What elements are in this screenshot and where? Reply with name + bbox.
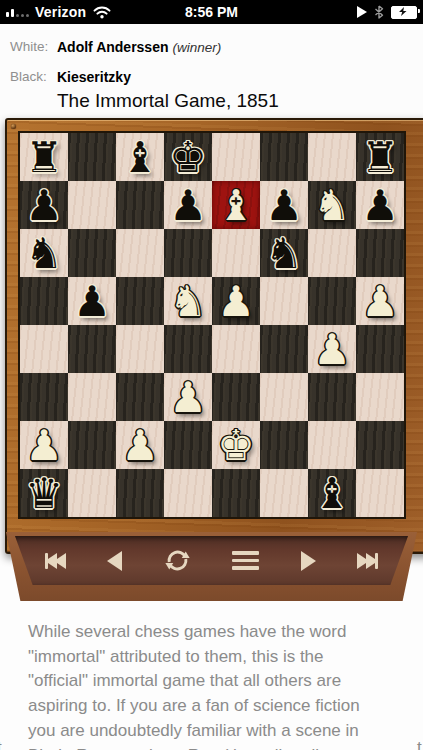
square-h3	[356, 373, 404, 421]
white-player-name: Adolf Anderssen (winner)	[57, 39, 221, 55]
square-g8	[308, 133, 356, 181]
square-f3	[260, 373, 308, 421]
black-rook-a8: ♜	[20, 133, 68, 181]
skip-to-end-button[interactable]	[357, 546, 378, 576]
square-a8: ♜	[20, 133, 68, 181]
black-pawn-a7: ♟	[20, 181, 68, 229]
square-d1	[164, 469, 212, 517]
square-e5: ♟	[212, 277, 260, 325]
black-knight-f6: ♞	[260, 229, 308, 277]
white-pawn-a2: ♟	[20, 421, 68, 469]
square-g2	[308, 421, 356, 469]
square-c8: ♝	[116, 133, 164, 181]
square-g1: ♝	[308, 469, 356, 517]
white-knight-d5: ♞	[164, 277, 212, 325]
skip-to-start-button[interactable]	[45, 546, 66, 576]
article-line: you are undoubtedly familiar with a scen…	[28, 719, 398, 744]
black-pawn-h7: ♟	[356, 181, 404, 229]
article-line: While several chess games have the word	[28, 620, 398, 645]
square-b2	[68, 421, 116, 469]
status-bar: Verizon 8:56 PM	[0, 0, 423, 24]
square-d8: ♚	[164, 133, 212, 181]
playback-tray	[6, 532, 417, 601]
square-h1	[356, 469, 404, 517]
square-h7: ♟	[356, 181, 404, 229]
square-d3: ♟	[164, 373, 212, 421]
black-pawn-b5: ♟	[68, 277, 116, 325]
square-g7: ♞	[308, 181, 356, 229]
square-e8	[212, 133, 260, 181]
black-bishop-c8: ♝	[116, 133, 164, 181]
square-h5: ♟	[356, 277, 404, 325]
square-a7: ♟	[20, 181, 68, 229]
square-b6	[68, 229, 116, 277]
article-text[interactable]: While several chess games have the word"…	[28, 620, 398, 750]
article-line: aspiring to. If you are a fan of science…	[28, 694, 398, 719]
square-f4	[260, 325, 308, 373]
square-b7	[68, 181, 116, 229]
bluetooth-icon	[374, 5, 384, 19]
square-b8	[68, 133, 116, 181]
playback-controls	[15, 536, 408, 585]
white-king-e2: ♚	[212, 421, 260, 469]
square-a5	[20, 277, 68, 325]
square-h2	[356, 421, 404, 469]
white-label: White:	[10, 39, 48, 54]
white-pawn-d3: ♟	[164, 373, 212, 421]
square-g6	[308, 229, 356, 277]
flip-board-button[interactable]	[164, 546, 191, 576]
white-pawn-h5: ♟	[356, 277, 404, 325]
square-a1: ♛	[20, 469, 68, 517]
black-bishop-g1: ♝	[308, 469, 356, 517]
square-b5: ♟	[68, 277, 116, 325]
chess-board: ♜♝♚♜♟♟♝♟♞♟♞♞♟♞♟♟♟♟♟♟♚♛♝	[18, 131, 406, 519]
square-g5	[308, 277, 356, 325]
square-f8	[260, 133, 308, 181]
square-c7	[116, 181, 164, 229]
square-b3	[68, 373, 116, 421]
white-pawn-e5: ♟	[212, 277, 260, 325]
square-h8: ♜	[356, 133, 404, 181]
article-line: "official" immortal game that all others…	[28, 669, 398, 694]
square-b1	[68, 469, 116, 517]
square-d6	[164, 229, 212, 277]
game-title: The Immortal Game, 1851	[57, 90, 279, 112]
black-pawn-d7: ♟	[164, 181, 212, 229]
app-screen: Verizon 8:56 PM	[0, 0, 423, 750]
square-d5: ♞	[164, 277, 212, 325]
black-king-d8: ♚	[164, 133, 212, 181]
battery-charging-icon	[391, 6, 417, 19]
square-e6	[212, 229, 260, 277]
square-a4	[20, 325, 68, 373]
square-f7: ♟	[260, 181, 308, 229]
white-pawn-g4: ♟	[308, 325, 356, 373]
square-c3	[116, 373, 164, 421]
square-a3	[20, 373, 68, 421]
chess-board-frame: ♜♝♚♜♟♟♝♟♞♟♞♞♟♞♟♟♟♟♟♟♚♛♝	[5, 118, 423, 554]
square-d4	[164, 325, 212, 373]
black-player-name: Kieseritzky	[57, 69, 131, 85]
square-c1	[116, 469, 164, 517]
square-c6	[116, 229, 164, 277]
step-forward-button[interactable]	[301, 546, 316, 576]
page-edge-fragment-right: t	[417, 738, 422, 750]
white-bishop-e7: ♝	[212, 181, 260, 229]
game-header: White: Adolf Anderssen (winner) Black: K…	[0, 24, 423, 118]
square-a2: ♟	[20, 421, 68, 469]
square-f2	[260, 421, 308, 469]
white-knight-g7: ♞	[308, 181, 356, 229]
square-d2	[164, 421, 212, 469]
black-rook-h8: ♜	[356, 133, 404, 181]
article-line: Blade Runner where Roy (the evil replica…	[28, 744, 398, 750]
square-g4: ♟	[308, 325, 356, 373]
square-g3	[308, 373, 356, 421]
square-e4	[212, 325, 260, 373]
article-line: "immortal" attributed to them, this is t…	[28, 645, 398, 670]
forward-triangle-icon	[301, 551, 316, 571]
square-f6: ♞	[260, 229, 308, 277]
black-queen-a1: ♛	[20, 469, 68, 517]
square-e1	[212, 469, 260, 517]
menu-icon	[232, 551, 259, 570]
black-knight-a6: ♞	[20, 229, 68, 277]
frame-screw	[11, 124, 16, 129]
step-back-button[interactable]	[107, 546, 122, 576]
square-a6: ♞	[20, 229, 68, 277]
winner-note: (winner)	[172, 40, 221, 55]
square-c4	[116, 325, 164, 373]
square-h4	[356, 325, 404, 373]
page-edge-fragment-left: t	[0, 738, 2, 750]
square-e7: ♝	[212, 181, 260, 229]
square-h6	[356, 229, 404, 277]
black-label: Black:	[10, 69, 47, 84]
square-d7: ♟	[164, 181, 212, 229]
square-e3	[212, 373, 260, 421]
menu-button[interactable]	[232, 546, 259, 576]
square-c5	[116, 277, 164, 325]
square-e2: ♚	[212, 421, 260, 469]
square-b4	[68, 325, 116, 373]
square-f1	[260, 469, 308, 517]
rotate-icon	[164, 547, 191, 574]
play-icon	[357, 6, 367, 18]
black-pawn-f7: ♟	[260, 181, 308, 229]
square-c2: ♟	[116, 421, 164, 469]
white-pawn-c2: ♟	[116, 421, 164, 469]
back-triangle-icon	[107, 551, 122, 571]
square-f5	[260, 277, 308, 325]
